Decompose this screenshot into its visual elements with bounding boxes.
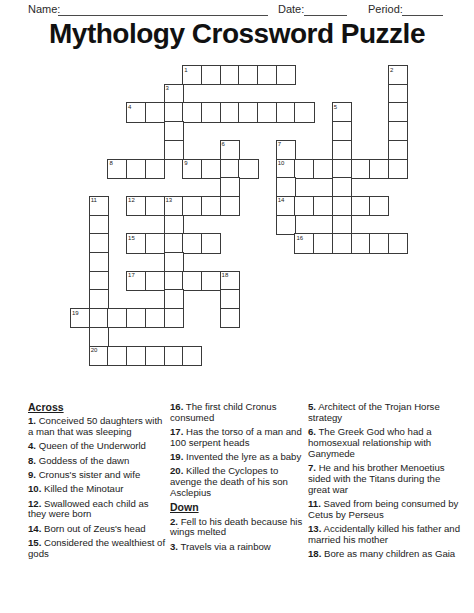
cell-number: 9 (184, 160, 187, 166)
grid-cell-r9c6[interactable] (182, 233, 202, 253)
cell-number: 2 (390, 67, 393, 73)
grid-cell-r8c1[interactable] (89, 215, 109, 235)
clue-number: 4. (28, 440, 36, 451)
grid-cell-r5c4[interactable] (145, 159, 165, 179)
period-label: Period: (368, 3, 403, 15)
cell-number: 17 (128, 272, 135, 278)
grid-cell-r9c14[interactable] (332, 233, 352, 253)
grid-cell-r11c1[interactable] (89, 271, 109, 291)
grid-cell-r10c1[interactable] (89, 252, 109, 272)
grid-cell-r7c5[interactable]: 13 (164, 196, 184, 216)
clue-5: 5. Architect of the Trojan Horse strateg… (308, 402, 460, 424)
grid-cell-r5c14[interactable] (332, 159, 352, 179)
clue-number: 2. (170, 516, 178, 527)
clue-10: 10. Killed the Minotaur (28, 484, 166, 495)
grid-cell-r7c1[interactable]: 11 (89, 196, 109, 216)
grid-cell-r2c14[interactable]: 5 (332, 102, 352, 122)
grid-cell-r3c5[interactable] (164, 121, 184, 141)
grid-cell-r8c14[interactable] (332, 215, 352, 235)
clue-13: 13. Accidentally killed his father and m… (308, 524, 460, 546)
grid-cell-r9c7[interactable] (201, 233, 221, 253)
grid-cell-r5c6[interactable]: 9 (182, 159, 202, 179)
grid-cell-r2c8[interactable] (220, 102, 240, 122)
clue-group-header-across: Across (28, 402, 166, 413)
grid-cell-r9c1[interactable] (89, 233, 109, 253)
date-field-line[interactable] (304, 2, 347, 16)
cell-number: 8 (109, 160, 112, 166)
grid-cell-r5c2[interactable]: 8 (107, 159, 127, 179)
clue-number: 8. (28, 455, 36, 466)
grid-cell-r4c5[interactable] (164, 140, 184, 160)
grid-cell-r15c3[interactable] (126, 346, 146, 366)
cell-number: 1 (184, 67, 187, 73)
clue-number: 13. (308, 523, 321, 534)
clue-7: 7. He and his brother Menoetius sided wi… (308, 463, 460, 495)
grid-cell-r6c14[interactable] (332, 177, 352, 197)
grid-cell-r15c1[interactable]: 20 (89, 346, 109, 366)
grid-cell-r5c16[interactable] (369, 159, 389, 179)
clue-number: 20. (170, 465, 183, 476)
grid-cell-r13c8[interactable] (220, 308, 240, 328)
cell-number: 5 (334, 104, 337, 110)
clue-number: 18. (308, 548, 321, 559)
grid-cell-r7c6[interactable] (182, 196, 202, 216)
clue-number: 5. (308, 401, 316, 412)
grid-cell-r4c11[interactable]: 7 (276, 140, 296, 160)
grid-cell-r0c11[interactable] (276, 65, 296, 85)
grid-cell-r13c2[interactable] (107, 308, 127, 328)
grid-cell-r13c5[interactable] (164, 308, 184, 328)
cell-number: 11 (91, 197, 97, 203)
grid-cell-r13c1[interactable] (89, 308, 109, 328)
clue-9: 9. Cronus's sister and wife (28, 470, 166, 481)
grid-cell-r15c4[interactable] (145, 346, 165, 366)
period-field-line[interactable] (402, 2, 443, 16)
grid-cell-r7c11[interactable]: 14 (276, 196, 296, 216)
grid-cell-r13c0[interactable]: 19 (70, 308, 90, 328)
grid-cell-r7c16[interactable] (369, 196, 389, 216)
grid-cell-r5c11[interactable]: 10 (276, 159, 296, 179)
clue-number: 7. (308, 462, 316, 473)
grid-cell-r5c12[interactable] (294, 159, 314, 179)
grid-cell-r12c5[interactable] (164, 289, 184, 309)
grid-cell-r9c5[interactable] (164, 233, 184, 253)
clue-column-across: Across1. Conceived 50 daughters with a m… (28, 402, 166, 563)
clue-number: 3. (170, 541, 178, 552)
clue-18: 18. Bore as many children as Gaia (308, 549, 460, 560)
clue-14: 14. Born out of Zeus's head (28, 524, 166, 535)
grid-cell-r0c10[interactable] (257, 65, 277, 85)
grid-cell-r10c5[interactable] (164, 252, 184, 272)
grid-cell-r8c5[interactable] (164, 215, 184, 235)
grid-cell-r11c6[interactable] (182, 271, 202, 291)
worksheet-page: { "game": "crossword", "title": "Mytholo… (0, 0, 474, 613)
page-title: Mythology Crossword Puzzle (0, 18, 474, 50)
grid-cell-r4c14[interactable] (332, 140, 352, 160)
clue-number: 19. (170, 451, 183, 462)
cell-number: 6 (222, 141, 225, 147)
clue-number: 16. (170, 401, 183, 412)
grid-cell-r2c12[interactable] (294, 102, 314, 122)
grid-cell-r8c11[interactable] (276, 215, 296, 235)
clue-16: 16. The first child Cronus consumed (170, 402, 308, 424)
clue-4: 4. Queen of the Underworld (28, 441, 166, 452)
grid-cell-r7c13[interactable] (313, 196, 333, 216)
name-field-line[interactable] (58, 2, 268, 16)
clue-number: 1. (28, 415, 36, 426)
grid-cell-r11c3[interactable]: 17 (126, 271, 146, 291)
cell-number: 19 (72, 310, 79, 316)
name-label: Name: (28, 3, 60, 15)
grid-cell-r7c4[interactable] (145, 196, 165, 216)
grid-cell-r7c15[interactable] (351, 196, 371, 216)
grid-cell-r2c6[interactable] (182, 102, 202, 122)
grid-cell-r11c8[interactable]: 18 (220, 271, 240, 291)
clue-1: 1. Conceived 50 daughters with a man tha… (28, 416, 166, 438)
grid-cell-r4c8[interactable]: 6 (220, 140, 240, 160)
clue-2: 2. Fell to his death because his wings m… (170, 517, 308, 539)
grid-cell-r6c8[interactable] (220, 177, 240, 197)
clue-17: 17. Has the torso of a man and 100 serpe… (170, 427, 308, 449)
clue-11: 11. Saved from being consumed by Cetus b… (308, 499, 460, 521)
cell-number: 13 (166, 197, 173, 203)
grid-cell-r0c17[interactable]: 2 (388, 65, 408, 85)
cell-number: 12 (128, 197, 135, 203)
grid-cell-r3c14[interactable] (332, 121, 352, 141)
grid-cell-r9c12[interactable]: 16 (294, 233, 314, 253)
grid-cell-r7c14[interactable] (332, 196, 352, 216)
clue-number: 10. (28, 483, 41, 494)
cell-number: 7 (278, 141, 281, 147)
clue-number: 6. (308, 426, 316, 437)
clue-6: 6. The Greek God who had a homosexual re… (308, 427, 460, 459)
grid-cell-r3c17[interactable] (388, 121, 408, 141)
grid-cell-r9c4[interactable] (145, 233, 165, 253)
grid-cell-r15c5[interactable] (164, 346, 184, 366)
grid-cell-r11c4[interactable] (145, 271, 165, 291)
clue-column-middle: 16. The first child Cronus consumed17. H… (170, 402, 308, 556)
grid-cell-r7c8[interactable] (220, 196, 240, 216)
grid-cell-r6c11[interactable] (276, 177, 296, 197)
grid-cell-r5c8[interactable] (220, 159, 240, 179)
grid-cell-r7c3[interactable]: 12 (126, 196, 146, 216)
cell-number: 10 (278, 160, 285, 166)
clue-number: 12. (28, 498, 41, 509)
clue-8: 8. Goddess of the dawn (28, 456, 166, 467)
grid-cell-r0c7[interactable] (201, 65, 221, 85)
grid-cell-r5c7[interactable] (201, 159, 221, 179)
grid-cell-r9c3[interactable]: 15 (126, 233, 146, 253)
cell-number: 20 (91, 347, 98, 353)
clue-group-header-down: Down (170, 502, 308, 513)
clue-number: 17. (170, 426, 183, 437)
grid-cell-r1c17[interactable] (388, 84, 408, 104)
clue-3: 3. Travels via a rainbow (170, 542, 308, 553)
grid-cell-r2c11[interactable] (276, 102, 296, 122)
grid-cell-r2c5[interactable] (164, 102, 184, 122)
grid-cell-r0c8[interactable] (220, 65, 240, 85)
grid-cell-r9c15[interactable] (351, 233, 371, 253)
grid-cell-r5c15[interactable] (351, 159, 371, 179)
clue-number: 9. (28, 469, 36, 480)
grid-cell-r5c13[interactable] (313, 159, 333, 179)
clue-20: 20. Killed the Cyclopes to avenge the de… (170, 466, 308, 498)
grid-cell-r15c2[interactable] (107, 346, 127, 366)
clue-column-down: 5. Architect of the Trojan Horse strateg… (308, 402, 460, 563)
grid-cell-r5c3[interactable] (126, 159, 146, 179)
grid-cell-r9c13[interactable] (313, 233, 333, 253)
grid-cell-r13c4[interactable] (145, 308, 165, 328)
cell-number: 4 (128, 104, 131, 110)
clue-15: 15. Considered the wealthiest of gods (28, 538, 166, 560)
crossword-grid: 1234567891011121314151617181920 (70, 65, 407, 365)
cell-number: 15 (128, 235, 135, 241)
grid-cell-r2c10[interactable] (257, 102, 277, 122)
grid-cell-r9c16[interactable] (369, 233, 389, 253)
clue-12: 12. Swallowed each child as they were bo… (28, 499, 166, 521)
cell-number: 3 (166, 85, 169, 91)
grid-cell-r11c5[interactable] (164, 271, 184, 291)
grid-cell-r12c8[interactable] (220, 289, 240, 309)
grid-cell-r11c7[interactable] (201, 271, 221, 291)
grid-cell-r5c17[interactable] (388, 159, 408, 179)
grid-cell-r15c6[interactable] (182, 346, 202, 366)
grid-cell-r7c7[interactable] (201, 196, 221, 216)
cell-number: 18 (222, 272, 229, 278)
grid-cell-r2c4[interactable] (145, 102, 165, 122)
clue-19: 19. Invented the lyre as a baby (170, 452, 308, 463)
date-label: Date: (278, 3, 304, 15)
grid-cell-r2c9[interactable] (238, 102, 258, 122)
grid-cell-r12c1[interactable] (89, 289, 109, 309)
grid-cell-r7c12[interactable] (294, 196, 314, 216)
grid-cell-r0c9[interactable] (238, 65, 258, 85)
grid-cell-r2c3[interactable]: 4 (126, 102, 146, 122)
grid-cell-r13c3[interactable] (126, 308, 146, 328)
grid-cell-r14c1[interactable] (89, 327, 109, 347)
grid-cell-r4c17[interactable] (388, 140, 408, 160)
cell-number: 16 (296, 235, 303, 241)
clue-number: 15. (28, 537, 41, 548)
grid-cell-r1c5[interactable]: 3 (164, 84, 184, 104)
grid-cell-r5c9[interactable] (238, 159, 258, 179)
grid-cell-r2c7[interactable] (201, 102, 221, 122)
cell-number: 14 (278, 197, 285, 203)
grid-cell-r9c17[interactable] (388, 233, 408, 253)
clue-number: 11. (308, 498, 321, 509)
grid-cell-r2c17[interactable] (388, 102, 408, 122)
grid-cell-r0c6[interactable]: 1 (182, 65, 202, 85)
clue-number: 14. (28, 523, 41, 534)
